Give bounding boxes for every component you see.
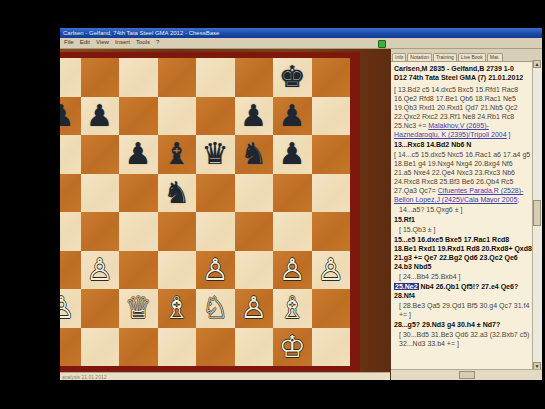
board-status-text: analysis 21.01.2012 — [62, 374, 106, 380]
square-c1[interactable] — [119, 328, 158, 367]
notation-pane: Info Notation Training Live Book Mat. Ca… — [390, 49, 542, 380]
square-d4[interactable] — [158, 212, 197, 251]
square-e7[interactable] — [196, 97, 235, 136]
square-e5[interactable] — [196, 174, 235, 213]
notation-body: [ 13.Bd2 c5 14.dxc5 Bxc5 15.Rfd1 Rac8 16… — [391, 83, 542, 380]
black-knight-f6[interactable]: ♞ — [235, 135, 274, 174]
black-pawn-g7[interactable]: ♟ — [273, 97, 312, 136]
menu-help[interactable]: ? — [156, 38, 159, 48]
white-pawn-e3[interactable]: ♙ — [196, 251, 235, 290]
window-content: ♚♟♟♟♟♟♝♛♞♟♞♙♙♙♙♙♕♗♘♙♗♔ analysis 21.01.20… — [60, 49, 542, 380]
square-d7[interactable] — [158, 97, 197, 136]
chessbase-window: Carlsen - Gelfand, 74th Tata Steel GMA 2… — [60, 28, 542, 380]
players-line: Carlsen,M 2835 - Gelfand,B 2739 1-0 — [394, 64, 539, 73]
black-king-g8[interactable]: ♚ — [273, 58, 312, 97]
video-letterbox: Carlsen - Gelfand, 74th Tata Steel GMA 2… — [0, 0, 545, 409]
square-d5[interactable]: ♞ — [158, 174, 197, 213]
menu-edit[interactable]: Edit — [80, 38, 90, 48]
horizontal-scrollbar[interactable] — [391, 369, 542, 380]
square-h2[interactable] — [312, 289, 351, 328]
menu-insert[interactable]: Insert — [115, 38, 130, 48]
notation-tabs: Info Notation Training Live Book Mat. — [391, 49, 542, 62]
tab-materials[interactable]: Mat. — [487, 53, 503, 61]
variation-line[interactable]: [ 13.Bd2 c5 14.dxc5 Bxc5 15.Rfd1 Rac8 16… — [394, 85, 532, 139]
tab-livebook[interactable]: Live Book — [458, 53, 486, 61]
square-b7[interactable]: ♟ — [81, 97, 120, 136]
black-queen-e6[interactable]: ♛ — [196, 135, 235, 174]
black-pawn-b7[interactable]: ♟ — [81, 97, 120, 136]
white-bishop-g2[interactable]: ♗ — [273, 289, 312, 328]
variation-line[interactable]: [ 24...Bb4 25.Bxb4 ] — [394, 272, 532, 281]
square-a7[interactable]: ♟ — [60, 97, 81, 136]
square-c7[interactable] — [119, 97, 158, 136]
square-g8[interactable]: ♚ — [273, 58, 312, 97]
white-pawn-h3[interactable]: ♙ — [312, 251, 351, 290]
square-e6[interactable]: ♛ — [196, 135, 235, 174]
square-d2[interactable]: ♗ — [158, 289, 197, 328]
white-pawn-g3[interactable]: ♙ — [273, 251, 312, 290]
vertical-scrollbar[interactable]: ▲ ▼ — [532, 60, 542, 370]
variation-line[interactable]: [ 14...c5 15.dxc5 Nxc5 16.Rac1 a6 17.a4 … — [394, 150, 532, 204]
current-move-highlight[interactable]: 25.Ne2 — [394, 283, 419, 290]
black-pawn-g6[interactable]: ♟ — [273, 135, 312, 174]
white-queen-c2[interactable]: ♕ — [119, 289, 158, 328]
square-f7[interactable]: ♟ — [235, 97, 274, 136]
event-line: D12 74th Tata Steel GMA (7) 21.01.2012 — [394, 73, 539, 82]
square-g4[interactable] — [273, 212, 312, 251]
menu-file[interactable]: File — [64, 38, 74, 48]
square-b6[interactable] — [81, 135, 120, 174]
mainline-moves[interactable]: 28...g5? 29.Nd3 g4 30.h4 ± Nd7? — [394, 320, 532, 329]
square-h4[interactable] — [312, 212, 351, 251]
game-header: Carlsen,M 2835 - Gelfand,B 2739 1-0 D12 … — [391, 62, 542, 83]
square-f1[interactable] — [235, 328, 274, 367]
white-pawn-a2[interactable]: ♙ — [60, 289, 81, 328]
menu-bar: File Edit View Insert Tools ? — [60, 38, 542, 49]
square-f6[interactable]: ♞ — [235, 135, 274, 174]
square-d3[interactable] — [158, 251, 197, 290]
mainline-moves[interactable]: 15...e5 16.dxe5 Bxe5 17.Rac1 Rcd8 18.Be1… — [394, 235, 532, 271]
variation-line[interactable]: [ 15.Qb3 ± ] — [394, 225, 532, 234]
board-status-strip: analysis 21.01.2012 — [60, 372, 390, 380]
hscrollbar-thumb[interactable] — [459, 371, 475, 379]
square-f2[interactable]: ♙ — [235, 289, 274, 328]
tab-notation[interactable]: Notation — [407, 53, 432, 61]
chess-board[interactable]: ♚♟♟♟♟♟♝♛♞♟♞♙♙♙♙♙♕♗♘♙♗♔ — [60, 58, 350, 366]
square-h1[interactable] — [312, 328, 351, 367]
white-bishop-d2[interactable]: ♗ — [158, 289, 197, 328]
square-f3[interactable] — [235, 251, 274, 290]
square-d1[interactable] — [158, 328, 197, 367]
square-b2[interactable] — [81, 289, 120, 328]
square-b8[interactable] — [81, 58, 120, 97]
square-c2[interactable]: ♕ — [119, 289, 158, 328]
variation-line[interactable]: 14...a5? 15.Qxg6 ± ] — [394, 205, 532, 214]
square-g6[interactable]: ♟ — [273, 135, 312, 174]
square-e4[interactable] — [196, 212, 235, 251]
mainline-moves[interactable]: 13...Rxc8 14.Bd2 Nb6 N — [394, 140, 532, 149]
tab-training[interactable]: Training — [433, 53, 457, 61]
square-f4[interactable] — [235, 212, 274, 251]
square-e1[interactable] — [196, 328, 235, 367]
square-e2[interactable]: ♘ — [196, 289, 235, 328]
square-a1[interactable] — [60, 328, 81, 367]
square-g3[interactable]: ♙ — [273, 251, 312, 290]
square-h5[interactable] — [312, 174, 351, 213]
square-f8[interactable] — [235, 58, 274, 97]
square-h6[interactable] — [312, 135, 351, 174]
mainline-moves[interactable]: 25.Ne2 Nb4 26.Qb1 Qf5!? 27.e4 Qe6? 28.Nf… — [394, 282, 532, 300]
tab-info[interactable]: Info — [392, 53, 406, 61]
square-a6[interactable] — [60, 135, 81, 174]
scrollbar-thumb[interactable] — [533, 200, 541, 226]
square-a3[interactable] — [60, 251, 81, 290]
white-king-g1[interactable]: ♔ — [273, 328, 312, 367]
square-d6[interactable]: ♝ — [158, 135, 197, 174]
menu-tools[interactable]: Tools — [136, 38, 150, 48]
window-title: Carlsen - Gelfand, 74th Tata Steel GMA 2… — [63, 30, 219, 36]
square-b4[interactable] — [81, 212, 120, 251]
square-g7[interactable]: ♟ — [273, 97, 312, 136]
square-b3[interactable]: ♙ — [81, 251, 120, 290]
title-bar: Carlsen - Gelfand, 74th Tata Steel GMA 2… — [60, 28, 542, 38]
square-e3[interactable]: ♙ — [196, 251, 235, 290]
square-c4[interactable] — [119, 212, 158, 251]
engine-status-icon[interactable] — [378, 40, 386, 48]
black-knight-d5[interactable]: ♞ — [158, 174, 197, 213]
square-c5[interactable] — [119, 174, 158, 213]
square-c8[interactable] — [119, 58, 158, 97]
black-pawn-c6[interactable]: ♟ — [119, 135, 158, 174]
square-b5[interactable] — [81, 174, 120, 213]
white-knight-e2[interactable]: ♘ — [196, 289, 235, 328]
white-pawn-f2[interactable]: ♙ — [235, 289, 274, 328]
black-pawn-f7[interactable]: ♟ — [235, 97, 274, 136]
square-a5[interactable] — [60, 174, 81, 213]
mainline-moves[interactable]: 15.Rf1 — [394, 215, 532, 224]
square-b1[interactable] — [81, 328, 120, 367]
square-h3[interactable]: ♙ — [312, 251, 351, 290]
variation-line[interactable]: [ 28.Be3 Qa5 29.Qd1 Bf5 30.g4 Qc7 31.f4 … — [394, 301, 532, 319]
scroll-up-icon[interactable]: ▲ — [533, 60, 541, 68]
square-c6[interactable]: ♟ — [119, 135, 158, 174]
square-c3[interactable] — [119, 251, 158, 290]
square-g2[interactable]: ♗ — [273, 289, 312, 328]
square-a4[interactable] — [60, 212, 81, 251]
black-bishop-d6[interactable]: ♝ — [158, 135, 197, 174]
variation-line[interactable]: [ 30...Bd5 31.Be3 Qd6 32.a3 (32.Bxb7 c5)… — [394, 330, 532, 348]
square-g1[interactable]: ♔ — [273, 328, 312, 367]
square-h7[interactable] — [312, 97, 351, 136]
menu-view[interactable]: View — [96, 38, 109, 48]
white-pawn-b3[interactable]: ♙ — [81, 251, 120, 290]
square-h8[interactable] — [312, 58, 351, 97]
square-e8[interactable] — [196, 58, 235, 97]
board-pane: ♚♟♟♟♟♟♝♛♞♟♞♙♙♙♙♙♕♗♘♙♗♔ analysis 21.01.20… — [60, 49, 390, 380]
square-a8[interactable] — [60, 58, 81, 97]
square-g5[interactable] — [273, 174, 312, 213]
square-f5[interactable] — [235, 174, 274, 213]
black-pawn-a7[interactable]: ♟ — [60, 97, 81, 136]
square-d8[interactable] — [158, 58, 197, 97]
square-a2[interactable]: ♙ — [60, 289, 81, 328]
